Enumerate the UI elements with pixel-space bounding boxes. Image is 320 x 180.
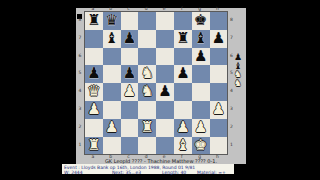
square-d2: ♜ (138, 119, 156, 137)
black-pawn-icon: ♟ (210, 30, 228, 48)
white-pawn-icon: ♟ (192, 119, 210, 137)
rank-right-3-label: 3 (228, 100, 234, 118)
white-pawn-icon: ♟ (103, 119, 121, 137)
square-c6 (121, 48, 139, 66)
square-d6 (138, 48, 156, 66)
board: ♜♛♚♝♟♜♝♟♟♟♟♞♟♛♟♞♟♟♟♟♜♟♟♜♝♚ (84, 11, 228, 155)
square-h2 (210, 119, 228, 137)
white-pawn-icon: ♟ (174, 119, 192, 137)
square-e3 (156, 101, 174, 119)
square-g5 (192, 65, 210, 83)
white-knight-icon: ♞ (138, 65, 156, 83)
square-g4 (192, 83, 210, 101)
file-top-b-label: b (102, 6, 120, 11)
square-e7 (156, 30, 174, 48)
square-f2: ♟ (174, 119, 192, 137)
white-rook-icon: ♜ (85, 137, 103, 155)
file-top-d-label: d (137, 6, 155, 11)
white-rating: W: 2444 (64, 170, 83, 175)
rank-right-8-label: 8 (228, 11, 234, 29)
square-a1: ♜ (85, 137, 103, 155)
file-top-e-label: e (155, 6, 173, 11)
file-top-a-label: a (84, 6, 102, 11)
white-knight-icon: ♞ (138, 83, 156, 101)
rank-left-3-label: 3 (77, 100, 83, 118)
next-move: Next: 35...e3 (112, 170, 141, 175)
black-pawn-icon: ♟ (192, 48, 210, 66)
square-b2: ♟ (103, 119, 121, 137)
rank-right-7-label: 7 (228, 29, 234, 47)
square-f8 (174, 12, 192, 30)
black-queen-icon: ♛ (103, 12, 121, 30)
square-d7 (138, 30, 156, 48)
square-e8 (156, 12, 174, 30)
square-b7: ♝ (103, 30, 121, 48)
square-h1 (210, 137, 228, 155)
square-b6 (103, 48, 121, 66)
square-e4: ♟ (156, 83, 174, 101)
material-balance: Material: =+ (197, 170, 226, 175)
square-c7: ♟ (121, 30, 139, 48)
square-b1 (103, 137, 121, 155)
captured-material-tray: ♟♝♞♞ (234, 53, 242, 87)
square-b5 (103, 65, 121, 83)
square-f1: ♝ (174, 137, 192, 155)
square-f7: ♜ (174, 30, 192, 48)
square-b8: ♛ (103, 12, 121, 30)
square-a3: ♟ (85, 101, 103, 119)
rank-left-5-label: 5 (77, 64, 83, 82)
black-pawn-icon: ♟ (174, 65, 192, 83)
square-c5: ♟ (121, 65, 139, 83)
square-f6 (174, 48, 192, 66)
white-pawn-icon: ♟ (121, 83, 139, 101)
square-b3 (103, 101, 121, 119)
square-g8: ♚ (192, 12, 210, 30)
square-e6 (156, 48, 174, 66)
square-b4 (103, 83, 121, 101)
rank-right-1-label: 1 (228, 136, 234, 154)
square-h7: ♟ (210, 30, 228, 48)
square-c2 (121, 119, 139, 137)
square-a5: ♟ (85, 65, 103, 83)
white-bishop-icon: ♝ (174, 137, 192, 155)
rank-left-2-label: 2 (77, 118, 83, 136)
white-rook-icon: ♜ (138, 119, 156, 137)
rank-left-4-label: 4 (77, 82, 83, 100)
black-bishop-icon: ♝ (192, 30, 210, 48)
file-top-c-label: c (120, 6, 138, 11)
black-pawn-icon: ♟ (121, 65, 139, 83)
square-a7 (85, 30, 103, 48)
square-g6: ♟ (192, 48, 210, 66)
rank-left-6-label: 6 (77, 47, 83, 65)
square-h5 (210, 65, 228, 83)
square-e5 (156, 65, 174, 83)
square-d5: ♞ (138, 65, 156, 83)
black-bishop-icon: ♝ (103, 30, 121, 48)
square-c4: ♟ (121, 83, 139, 101)
square-f5: ♟ (174, 65, 192, 83)
black-pawn-icon: ♟ (156, 83, 174, 101)
square-g2: ♟ (192, 119, 210, 137)
square-g7: ♝ (192, 30, 210, 48)
square-a2 (85, 119, 103, 137)
game-info-box: Event : Lloyds Bank op 16th, London 1988… (62, 164, 234, 174)
black-rook-icon: ♜ (85, 12, 103, 30)
white-king-icon: ♚ (192, 137, 210, 155)
square-d3 (138, 101, 156, 119)
square-d1 (138, 137, 156, 155)
black-rook-icon: ♜ (174, 30, 192, 48)
square-c8 (121, 12, 139, 30)
square-c3 (121, 101, 139, 119)
black-pawn-icon: ♟ (121, 30, 139, 48)
black-pawn-icon: ♟ (85, 65, 103, 83)
square-h6 (210, 48, 228, 66)
white-pawn-icon: ♟ (210, 101, 228, 119)
game-length: Length: 40 (162, 170, 186, 175)
captured-white-knight-icon: ♞ (234, 79, 242, 88)
white-pawn-icon: ♟ (85, 101, 103, 119)
square-c1 (121, 137, 139, 155)
rank-left-8-label: 8 (77, 11, 83, 29)
black-king-icon: ♚ (192, 12, 210, 30)
square-h4 (210, 83, 228, 101)
stats-line: W: 2444 Next: 35...e3 Length: 40 Materia… (62, 170, 234, 175)
square-e1 (156, 137, 174, 155)
square-a6 (85, 48, 103, 66)
square-a8: ♜ (85, 12, 103, 30)
square-d8 (138, 12, 156, 30)
square-h3: ♟ (210, 101, 228, 119)
square-e2 (156, 119, 174, 137)
square-d4: ♞ (138, 83, 156, 101)
square-a4: ♛ (85, 83, 103, 101)
square-g3 (192, 101, 210, 119)
file-top-f-label: f (173, 6, 191, 11)
square-g1: ♚ (192, 137, 210, 155)
square-f3 (174, 101, 192, 119)
video-frame: ♜♛♚♝♟♜♝♟♟♟♟♞♟♛♟♞♟♟♟♟♜♟♟♜♝♚ aabbccddeeffg… (0, 0, 320, 180)
file-top-g-label: g (191, 6, 209, 11)
rank-left-1-label: 1 (77, 136, 83, 154)
white-queen-icon: ♛ (85, 83, 103, 101)
square-f4 (174, 83, 192, 101)
rank-right-2-label: 2 (228, 118, 234, 136)
square-h8 (210, 12, 228, 30)
rank-left-7-label: 7 (77, 29, 83, 47)
file-top-h-label: h (209, 6, 227, 11)
